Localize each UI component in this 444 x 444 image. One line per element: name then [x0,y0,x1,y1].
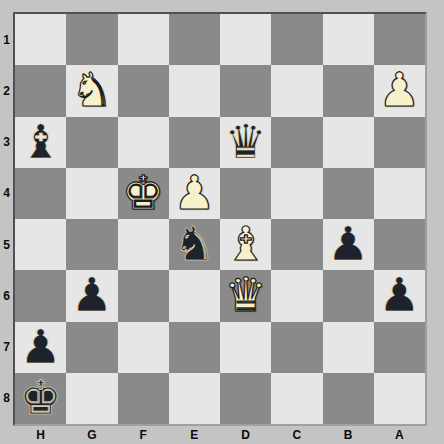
black-knight[interactable]: ♞︎ [173,220,215,267]
file-label-d: D [220,426,271,443]
square-c3[interactable] [271,117,322,168]
file-label-h: H [15,426,66,443]
square-b2[interactable] [323,65,374,116]
white-bishop[interactable]: ♝︎ [225,220,267,267]
rank-label-1: 1 [0,14,13,65]
square-d3[interactable]: ♛︎ [220,117,271,168]
white-pawn[interactable]: ♟︎ [378,66,420,113]
file-label-a: A [374,426,425,443]
file-label-g: G [66,426,117,443]
file-label-b: B [323,426,374,443]
square-f8[interactable] [118,373,169,424]
square-c5[interactable] [271,219,322,270]
square-g7[interactable] [66,322,117,373]
square-g3[interactable] [66,117,117,168]
square-a5[interactable] [374,219,425,270]
rank-label-6: 6 [0,270,13,321]
square-a2[interactable]: ♟︎ [374,65,425,116]
white-pawn[interactable]: ♟︎ [173,169,215,216]
square-h6[interactable] [15,270,66,321]
square-e5[interactable]: ♞︎ [169,219,220,270]
square-a4[interactable] [374,168,425,219]
square-h4[interactable] [15,168,66,219]
square-f4[interactable]: ♚︎ [118,168,169,219]
square-h8[interactable]: ♚︎ [15,373,66,424]
square-g1[interactable] [66,14,117,65]
square-b8[interactable] [323,373,374,424]
square-e3[interactable] [169,117,220,168]
white-king[interactable]: ♚︎ [122,169,164,216]
square-a6[interactable]: ♟︎ [374,270,425,321]
square-e4[interactable]: ♟︎ [169,168,220,219]
square-f6[interactable] [118,270,169,321]
rank-label-4: 4 [0,168,13,219]
square-d1[interactable] [220,14,271,65]
black-king[interactable]: ♚︎ [20,374,62,421]
square-b7[interactable] [323,322,374,373]
square-h7[interactable]: ♟︎ [15,322,66,373]
square-e1[interactable] [169,14,220,65]
rank-label-5: 5 [0,219,13,270]
square-b3[interactable] [323,117,374,168]
square-c1[interactable] [271,14,322,65]
square-b4[interactable] [323,168,374,219]
file-label-c: C [271,426,322,443]
square-h3[interactable]: ♝︎ [15,117,66,168]
square-e2[interactable] [169,65,220,116]
square-f2[interactable] [118,65,169,116]
square-d8[interactable] [220,373,271,424]
square-f1[interactable] [118,14,169,65]
file-label-e: E [169,426,220,443]
square-a1[interactable] [374,14,425,65]
square-b6[interactable] [323,270,374,321]
black-pawn[interactable]: ♟︎ [378,271,420,318]
white-queen[interactable]: ♛︎ [225,271,267,318]
square-c4[interactable] [271,168,322,219]
square-d2[interactable] [220,65,271,116]
square-d5[interactable]: ♝︎ [220,219,271,270]
square-h1[interactable] [15,14,66,65]
square-d7[interactable] [220,322,271,373]
square-f5[interactable] [118,219,169,270]
square-f7[interactable] [118,322,169,373]
black-pawn[interactable]: ♟︎ [327,220,369,267]
square-h5[interactable] [15,219,66,270]
square-f3[interactable] [118,117,169,168]
square-g2[interactable]: ♞︎ [66,65,117,116]
square-h2[interactable] [15,65,66,116]
square-e7[interactable] [169,322,220,373]
square-c7[interactable] [271,322,322,373]
chess-board[interactable]: ♞︎♟︎♝︎♛︎♚︎♟︎♞︎♝︎♟︎♟︎♛︎♟︎♟︎♚︎ [13,12,427,426]
square-c8[interactable] [271,373,322,424]
rank-label-2: 2 [0,65,13,116]
white-knight[interactable]: ♞︎ [71,66,113,113]
square-e6[interactable] [169,270,220,321]
square-c2[interactable] [271,65,322,116]
square-b5[interactable]: ♟︎ [323,219,374,270]
black-queen[interactable]: ♛︎ [225,118,267,165]
rank-labels: 12345678 [0,14,13,424]
square-g6[interactable]: ♟︎ [66,270,117,321]
black-bishop[interactable]: ♝︎ [20,118,62,165]
square-d6[interactable]: ♛︎ [220,270,271,321]
rank-label-7: 7 [0,322,13,373]
square-a8[interactable] [374,373,425,424]
rank-label-8: 8 [0,373,13,424]
rank-label-3: 3 [0,117,13,168]
chess-diagram: 12345678 ♞︎♟︎♝︎♛︎♚︎♟︎♞︎♝︎♟︎♟︎♛︎♟︎♟︎♚︎ HG… [0,0,444,444]
black-pawn[interactable]: ♟︎ [20,323,62,370]
square-g5[interactable] [66,219,117,270]
square-d4[interactable] [220,168,271,219]
square-g4[interactable] [66,168,117,219]
file-labels: HGFEDCBA [15,426,425,443]
file-label-f: F [118,426,169,443]
square-a3[interactable] [374,117,425,168]
square-c6[interactable] [271,270,322,321]
square-e8[interactable] [169,373,220,424]
square-b1[interactable] [323,14,374,65]
square-g8[interactable] [66,373,117,424]
black-pawn[interactable]: ♟︎ [71,271,113,318]
square-a7[interactable] [374,322,425,373]
